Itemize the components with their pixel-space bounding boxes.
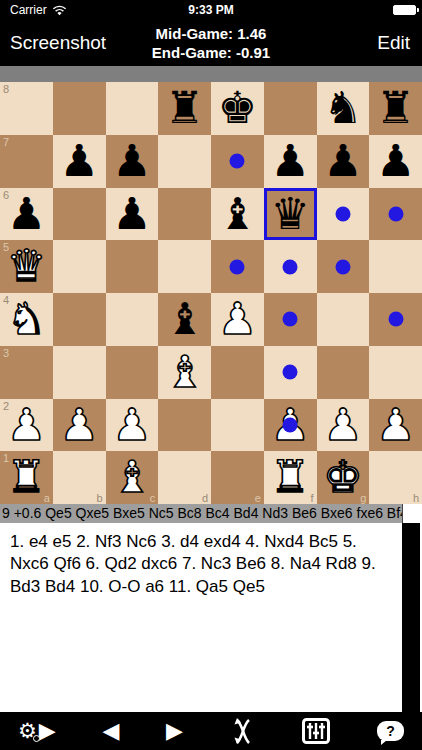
white-pawn[interactable]: ♟ bbox=[53, 399, 106, 452]
square-d5[interactable] bbox=[158, 240, 211, 293]
battery-icon bbox=[393, 5, 416, 15]
help-button[interactable]: ? bbox=[373, 719, 408, 743]
rank-label-5: 5 bbox=[3, 241, 9, 253]
legal-move-dot[interactable] bbox=[230, 154, 245, 169]
square-h4[interactable] bbox=[369, 293, 422, 346]
square-f4[interactable] bbox=[264, 293, 317, 346]
shuffle-icon bbox=[230, 717, 256, 745]
square-d1[interactable]: d bbox=[158, 451, 211, 504]
square-e1[interactable]: e bbox=[211, 451, 264, 504]
square-c8[interactable] bbox=[106, 82, 159, 135]
square-g8[interactable]: ♞ bbox=[317, 82, 370, 135]
legal-move-dot[interactable] bbox=[283, 259, 298, 274]
sliders-icon bbox=[302, 718, 330, 744]
legal-move-dot[interactable] bbox=[388, 206, 403, 221]
nav-bar: Screenshot Mid-Game: 1.46 End-Game: -0.9… bbox=[0, 20, 422, 66]
rank-label-8: 8 bbox=[3, 83, 9, 95]
square-h6[interactable] bbox=[369, 188, 422, 241]
move-list-panel[interactable]: 1. e4 e5 2. Nf3 Nc6 3. d4 exd4 4. Nxd4 B… bbox=[0, 523, 422, 712]
square-e5[interactable] bbox=[211, 240, 264, 293]
square-h2[interactable]: ♟ bbox=[369, 399, 422, 452]
square-g5[interactable] bbox=[317, 240, 370, 293]
square-d3[interactable]: ♝ bbox=[158, 346, 211, 399]
black-pawn[interactable]: ♟ bbox=[106, 188, 159, 241]
square-d7[interactable] bbox=[158, 135, 211, 188]
black-knight[interactable]: ♞ bbox=[317, 82, 370, 135]
file-label-g: g bbox=[360, 492, 366, 504]
square-f3[interactable] bbox=[264, 346, 317, 399]
bottom-toolbar: ⚙ ▶ ◀ ▶ bbox=[0, 712, 422, 750]
black-rook[interactable]: ♜ bbox=[369, 82, 422, 135]
engine-line[interactable]: 9 +0.6 Qe5 Qxe5 Bxe5 Nc5 Bc8 Bc4 Bd4 Nd3… bbox=[0, 504, 422, 523]
white-rook[interactable]: ♜ bbox=[264, 451, 317, 504]
square-c7[interactable]: ♟ bbox=[106, 135, 159, 188]
black-pawn[interactable]: ♟ bbox=[106, 135, 159, 188]
square-g3[interactable] bbox=[317, 346, 370, 399]
black-pawn[interactable]: ♟ bbox=[264, 135, 317, 188]
square-b5[interactable] bbox=[53, 240, 106, 293]
square-h5[interactable] bbox=[369, 240, 422, 293]
square-a7[interactable]: 7 bbox=[0, 135, 53, 188]
black-king[interactable]: ♚ bbox=[211, 82, 264, 135]
engine-line-text: 9 +0.6 Qe5 Qxe5 Bxe5 Nc5 Bc8 Bc4 Bd4 Nd3… bbox=[2, 505, 422, 521]
left-triangle-icon: ◀ bbox=[102, 720, 119, 742]
square-h1[interactable]: h bbox=[369, 451, 422, 504]
square-c2[interactable]: ♟ bbox=[106, 399, 159, 452]
square-e7[interactable] bbox=[211, 135, 264, 188]
square-d2[interactable] bbox=[158, 399, 211, 452]
square-g6[interactable] bbox=[317, 188, 370, 241]
square-a5[interactable]: 5♛ bbox=[0, 240, 53, 293]
square-c3[interactable] bbox=[106, 346, 159, 399]
square-f8[interactable] bbox=[264, 82, 317, 135]
square-e4[interactable]: ♟ bbox=[211, 293, 264, 346]
square-a8[interactable]: 8 bbox=[0, 82, 53, 135]
right-triangle-icon: ▶ bbox=[166, 720, 183, 742]
square-e3[interactable] bbox=[211, 346, 264, 399]
square-b7[interactable]: ♟ bbox=[53, 135, 106, 188]
file-label-e: e bbox=[255, 492, 261, 504]
engine-play-button[interactable]: ⚙ ▶ bbox=[14, 718, 60, 744]
square-f2[interactable]: ♟ bbox=[264, 399, 317, 452]
white-bishop[interactable]: ♝ bbox=[158, 346, 211, 399]
square-b2[interactable]: ♟ bbox=[53, 399, 106, 452]
square-h3[interactable] bbox=[369, 346, 422, 399]
white-pawn[interactable]: ♟ bbox=[106, 399, 159, 452]
black-pawn[interactable]: ♟ bbox=[317, 135, 370, 188]
square-b6[interactable] bbox=[53, 188, 106, 241]
black-bishop[interactable]: ♝ bbox=[158, 293, 211, 346]
square-h8[interactable]: ♜ bbox=[369, 82, 422, 135]
file-label-f: f bbox=[310, 492, 313, 504]
rank-label-6: 6 bbox=[3, 189, 9, 201]
legal-move-dot[interactable] bbox=[335, 206, 350, 221]
square-d4[interactable]: ♝ bbox=[158, 293, 211, 346]
black-pawn[interactable]: ♟ bbox=[369, 135, 422, 188]
square-c4[interactable] bbox=[106, 293, 159, 346]
square-e8[interactable]: ♚ bbox=[211, 82, 264, 135]
black-pawn[interactable]: ♟ bbox=[53, 135, 106, 188]
square-f5[interactable] bbox=[264, 240, 317, 293]
square-g7[interactable]: ♟ bbox=[317, 135, 370, 188]
step-back-button[interactable]: ◀ bbox=[98, 718, 123, 744]
step-forward-button[interactable]: ▶ bbox=[162, 718, 187, 744]
legal-move-dot[interactable] bbox=[230, 259, 245, 274]
move-list-text: 1. e4 e5 2. Nf3 Nc6 3. d4 exd4 4. Nxd4 B… bbox=[0, 523, 422, 606]
legal-move-dot[interactable] bbox=[283, 365, 298, 380]
square-e2[interactable] bbox=[211, 399, 264, 452]
black-queen[interactable]: ♛ bbox=[264, 188, 317, 241]
square-b8[interactable] bbox=[53, 82, 106, 135]
square-f6[interactable]: ♛ bbox=[264, 188, 317, 241]
square-b1[interactable]: b bbox=[53, 451, 106, 504]
square-c5[interactable] bbox=[106, 240, 159, 293]
square-f1[interactable]: f♜ bbox=[264, 451, 317, 504]
square-a6[interactable]: 6♟ bbox=[0, 188, 53, 241]
square-b3[interactable] bbox=[53, 346, 106, 399]
app-window: Carrier 9:33 PM Screenshot Mid-Game: 1.4… bbox=[0, 0, 422, 750]
square-d8[interactable]: ♜ bbox=[158, 82, 211, 135]
move-list-scrollbar[interactable] bbox=[402, 523, 420, 712]
file-label-c: c bbox=[150, 492, 156, 504]
levels-button[interactable] bbox=[298, 716, 334, 746]
help-bubble-icon: ? bbox=[377, 721, 404, 741]
square-d6[interactable] bbox=[158, 188, 211, 241]
edit-button[interactable]: Edit bbox=[377, 32, 422, 54]
square-g4[interactable] bbox=[317, 293, 370, 346]
legal-move-dot[interactable] bbox=[283, 417, 298, 432]
file-label-b: b bbox=[96, 492, 102, 504]
rank-label-3: 3 bbox=[3, 347, 9, 359]
square-a1[interactable]: 1a♜ bbox=[0, 451, 53, 504]
rank-label-2: 2 bbox=[3, 400, 9, 412]
white-pawn[interactable]: ♟ bbox=[369, 399, 422, 452]
square-b4[interactable] bbox=[53, 293, 106, 346]
file-label-h: h bbox=[413, 492, 419, 504]
white-pawn[interactable]: ♟ bbox=[317, 399, 370, 452]
rank-label-1: 1 bbox=[3, 452, 9, 464]
rank-label-7: 7 bbox=[3, 136, 9, 148]
scrollbar-top-cap bbox=[402, 504, 422, 523]
legal-move-dot[interactable] bbox=[388, 312, 403, 327]
square-c1[interactable]: c♝ bbox=[106, 451, 159, 504]
black-rook[interactable]: ♜ bbox=[158, 82, 211, 135]
black-bishop[interactable]: ♝ bbox=[211, 188, 264, 241]
chess-board[interactable]: 8♜♚♞♜7♟♟♟♟♟6♟♟♝♛5♛4♞♝♟3♝2♟♟♟♟♟♟1a♜bc♝def… bbox=[0, 82, 422, 504]
legal-move-dot[interactable] bbox=[283, 312, 298, 327]
square-a3[interactable]: 3 bbox=[0, 346, 53, 399]
square-a4[interactable]: 4♞ bbox=[0, 293, 53, 346]
status-bar: Carrier 9:33 PM bbox=[0, 0, 422, 20]
top-divider bbox=[0, 66, 422, 82]
file-label-d: d bbox=[202, 492, 208, 504]
square-h7[interactable]: ♟ bbox=[369, 135, 422, 188]
file-label-a: a bbox=[44, 492, 50, 504]
screenshot-button[interactable]: Screenshot bbox=[0, 32, 106, 54]
clock: 9:33 PM bbox=[0, 3, 422, 17]
gear-icon: ⚙ bbox=[18, 721, 37, 742]
play-icon: ▶ bbox=[39, 720, 56, 742]
square-g2[interactable]: ♟ bbox=[317, 399, 370, 452]
white-pawn[interactable]: ♟ bbox=[211, 293, 264, 346]
square-a2[interactable]: 2♟ bbox=[0, 399, 53, 452]
rank-label-4: 4 bbox=[3, 294, 9, 306]
square-g1[interactable]: g♚ bbox=[317, 451, 370, 504]
square-f7[interactable]: ♟ bbox=[264, 135, 317, 188]
shuffle-button[interactable] bbox=[226, 715, 260, 747]
square-c6[interactable]: ♟ bbox=[106, 188, 159, 241]
square-e6[interactable]: ♝ bbox=[211, 188, 264, 241]
legal-move-dot[interactable] bbox=[335, 259, 350, 274]
